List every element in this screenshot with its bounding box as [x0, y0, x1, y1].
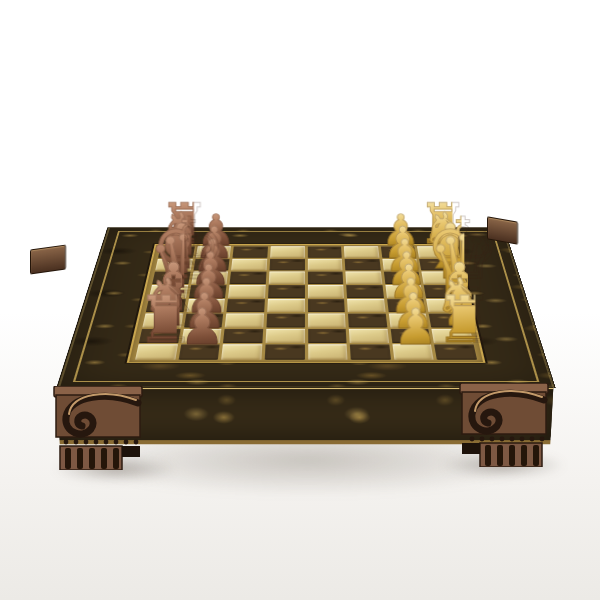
- square-f6[interactable]: [230, 272, 267, 284]
- square-h3[interactable]: [344, 246, 379, 257]
- board-foot-left: [52, 386, 144, 470]
- square-a1[interactable]: ♜: [435, 344, 478, 359]
- square-a8[interactable]: ♜: [135, 344, 178, 359]
- square-a5[interactable]: [265, 344, 305, 359]
- square-c5[interactable]: [266, 313, 304, 327]
- square-c6[interactable]: [225, 313, 264, 327]
- square-h6[interactable]: [233, 246, 268, 257]
- square-c4[interactable]: [308, 313, 346, 327]
- ionic-volute-icon: [458, 383, 550, 467]
- square-b4[interactable]: [308, 329, 347, 344]
- square-g5[interactable]: [269, 259, 304, 271]
- playing-area: ♜♟♟♜♞♟♟♞♝♟♟♝♚♟♟♚♛♟♟♛♝♟♟♝♞♟♟♞♜♟♟♜: [127, 244, 486, 363]
- square-a2[interactable]: ♟: [392, 344, 434, 359]
- square-e3[interactable]: [346, 285, 383, 298]
- gold-pawn[interactable]: ♟: [393, 302, 432, 352]
- scene: ♜♟♟♜♞♟♟♞♝♟♟♝♚♟♟♚♛♟♟♛♝♟♟♝♞♟♟♞♜♟♟♜: [0, 0, 600, 600]
- chess-grid: ♜♟♟♜♞♟♟♞♝♟♟♝♚♟♟♚♛♟♟♛♝♟♟♝♞♟♟♞♜♟♟♜: [135, 246, 477, 359]
- square-a3[interactable]: [350, 344, 391, 359]
- square-f3[interactable]: [346, 272, 383, 284]
- ionic-volute-icon: [52, 386, 144, 470]
- square-h4[interactable]: [307, 246, 342, 257]
- square-g3[interactable]: [345, 259, 381, 271]
- photo-stage: ♜♟♟♜♞♟♟♞♝♟♟♝♚♟♟♚♛♟♟♛♝♟♟♝♞♟♟♞♜♟♟♜: [0, 0, 600, 600]
- square-g4[interactable]: [307, 259, 342, 271]
- square-f4[interactable]: [307, 272, 343, 284]
- square-d4[interactable]: [308, 299, 345, 312]
- square-d6[interactable]: [227, 299, 265, 312]
- square-a4[interactable]: [308, 344, 348, 359]
- copper-pawn[interactable]: ♟: [180, 302, 219, 352]
- copper-rook[interactable]: ♜: [137, 287, 176, 352]
- square-a7[interactable]: ♟: [178, 344, 220, 359]
- square-e6[interactable]: [228, 285, 265, 298]
- square-g6[interactable]: [231, 259, 267, 271]
- square-b5[interactable]: [265, 329, 304, 344]
- square-d5[interactable]: [267, 299, 304, 312]
- square-e5[interactable]: [268, 285, 305, 298]
- square-h5[interactable]: [270, 246, 304, 257]
- gold-rook[interactable]: ♜: [436, 287, 475, 352]
- square-d3[interactable]: [347, 299, 385, 312]
- square-f5[interactable]: [269, 272, 305, 284]
- hinge-tab-left: [30, 244, 66, 274]
- board-foot-right: [458, 383, 550, 467]
- square-a6[interactable]: [221, 344, 262, 359]
- square-e4[interactable]: [307, 285, 344, 298]
- chess-board-3d: ♜♟♟♜♞♟♟♞♝♟♟♝♚♟♟♚♛♟♟♛♝♟♟♝♞♟♟♞♜♟♟♜: [57, 227, 554, 387]
- square-b6[interactable]: [223, 329, 263, 344]
- board-top: ♜♟♟♜♞♟♟♞♝♟♟♝♚♟♟♚♛♟♟♛♝♟♟♝♞♟♟♞♜♟♟♜: [56, 227, 556, 388]
- square-c3[interactable]: [348, 313, 387, 327]
- square-b3[interactable]: [349, 329, 389, 344]
